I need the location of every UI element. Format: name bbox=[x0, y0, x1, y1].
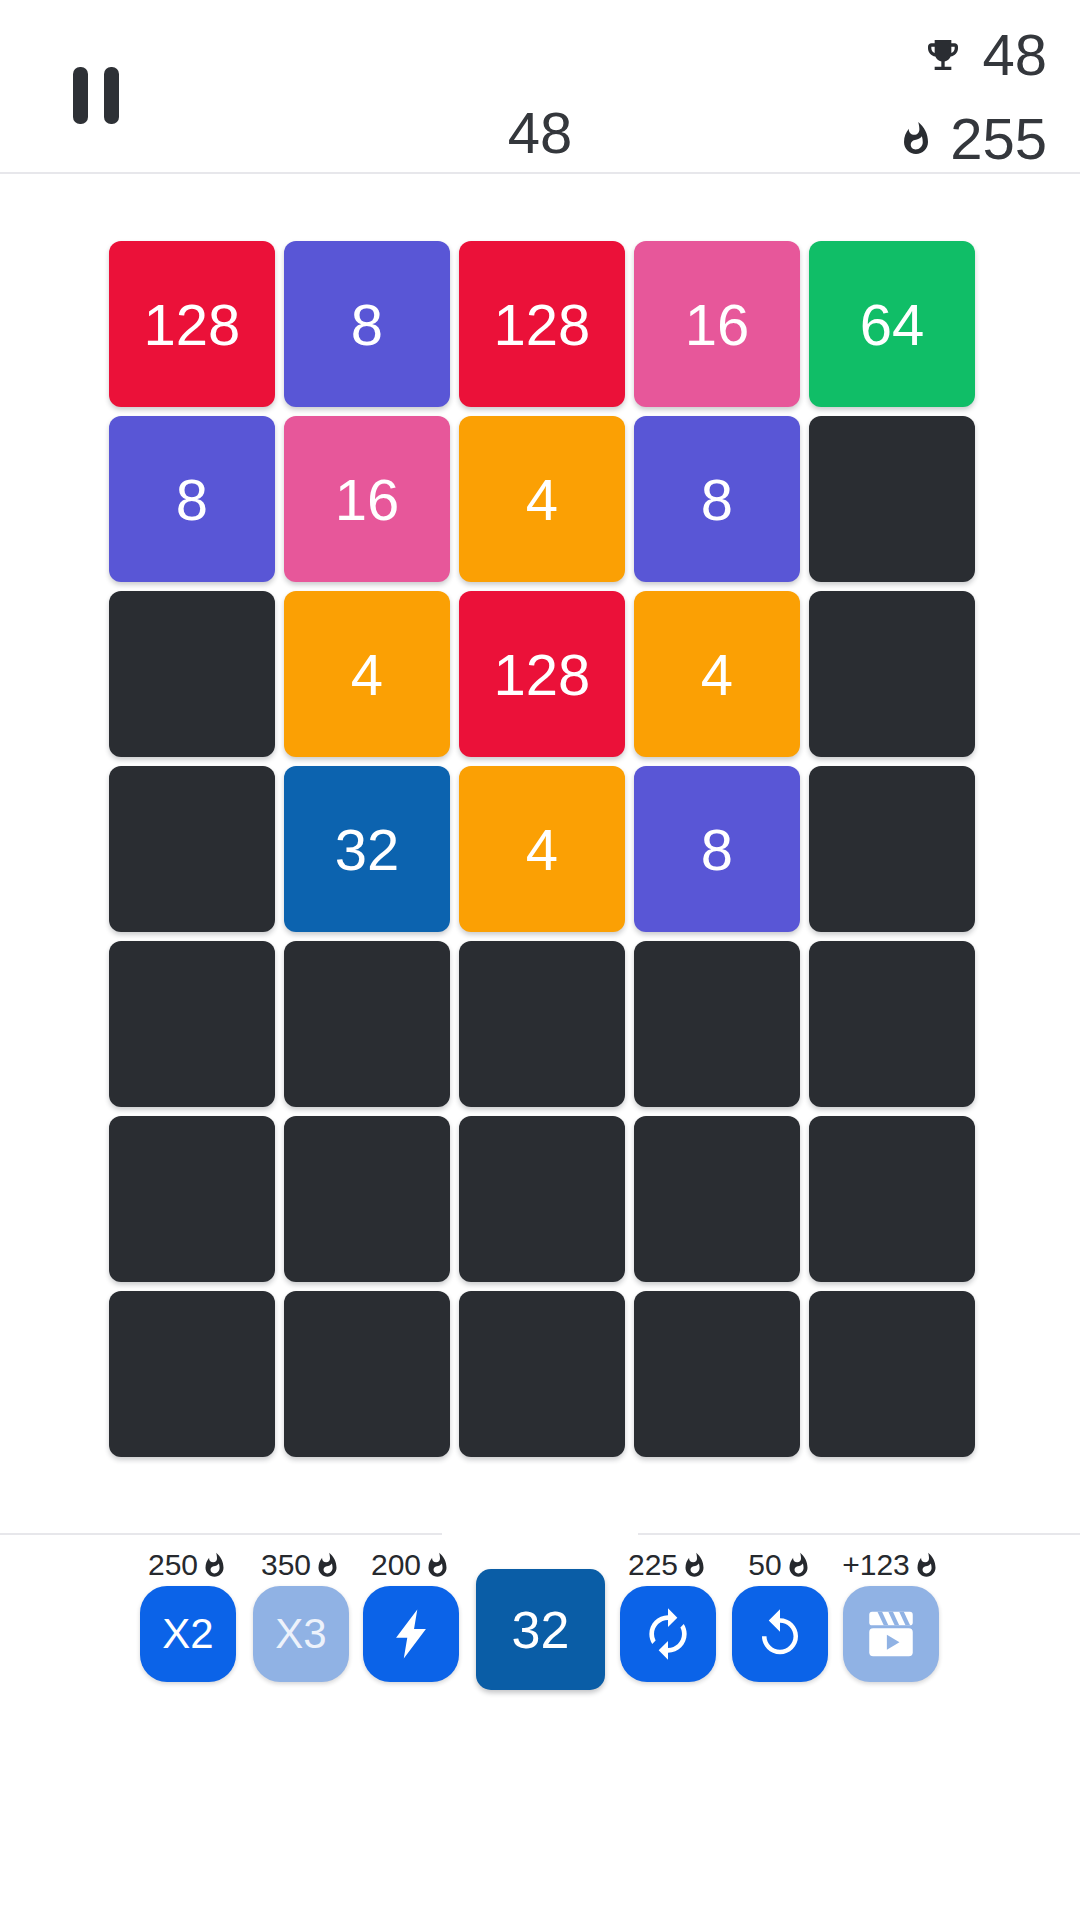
lightning-button[interactable] bbox=[363, 1586, 459, 1682]
booster-ad: +123 bbox=[843, 1548, 939, 1682]
tile-16[interactable]: 16 bbox=[634, 241, 800, 407]
tile-4[interactable]: 4 bbox=[459, 766, 625, 932]
empty-cell[interactable] bbox=[459, 1291, 625, 1457]
empty-cell[interactable] bbox=[809, 416, 975, 582]
movie-icon bbox=[862, 1605, 920, 1663]
flame-count-value: 255 bbox=[950, 110, 1047, 168]
empty-cell[interactable] bbox=[459, 941, 625, 1107]
flame-icon bbox=[314, 1552, 341, 1579]
flame-icon bbox=[898, 121, 934, 157]
undo-icon bbox=[753, 1607, 807, 1661]
empty-cell[interactable] bbox=[634, 1116, 800, 1282]
empty-cell[interactable] bbox=[109, 941, 275, 1107]
tile-8[interactable]: 8 bbox=[634, 416, 800, 582]
trophy-icon bbox=[923, 35, 963, 75]
flame-icon bbox=[201, 1552, 228, 1579]
watch-ad-button[interactable] bbox=[843, 1586, 939, 1682]
tile-64[interactable]: 64 bbox=[809, 241, 975, 407]
empty-cell[interactable] bbox=[459, 1116, 625, 1282]
empty-cell[interactable] bbox=[809, 591, 975, 757]
current-tile[interactable]: 32 bbox=[476, 1569, 605, 1690]
x3-button[interactable]: X3 bbox=[253, 1586, 349, 1682]
empty-cell[interactable] bbox=[109, 766, 275, 932]
header-stats: 48 255 bbox=[898, 26, 1047, 168]
tile-8[interactable]: 8 bbox=[634, 766, 800, 932]
tile-32[interactable]: 32 bbox=[284, 766, 450, 932]
empty-cell[interactable] bbox=[109, 1116, 275, 1282]
booster-undo-cost: 50 bbox=[748, 1548, 811, 1582]
board: 1288128166481648412843248 bbox=[109, 241, 975, 1457]
tile-8[interactable]: 8 bbox=[109, 416, 275, 582]
empty-cell[interactable] bbox=[284, 1116, 450, 1282]
booster-x3: 350 X3 bbox=[253, 1548, 349, 1682]
empty-cell[interactable] bbox=[634, 941, 800, 1107]
flame-icon bbox=[785, 1552, 812, 1579]
tile-128[interactable]: 128 bbox=[109, 241, 275, 407]
x2-button[interactable]: X2 bbox=[140, 1586, 236, 1682]
undo-button[interactable] bbox=[732, 1586, 828, 1682]
empty-cell[interactable] bbox=[809, 766, 975, 932]
tile-8[interactable]: 8 bbox=[284, 241, 450, 407]
booster-lightning-cost: 200 bbox=[371, 1548, 451, 1582]
booster-swap-cost: 225 bbox=[628, 1548, 708, 1582]
tile-4[interactable]: 4 bbox=[459, 416, 625, 582]
header-divider bbox=[0, 172, 1080, 174]
booster-x3-cost: 350 bbox=[261, 1548, 341, 1582]
toolbar-divider bbox=[638, 1533, 1080, 1535]
lightning-icon bbox=[383, 1606, 439, 1662]
booster-x2-cost: 250 bbox=[148, 1548, 228, 1582]
flame-icon bbox=[913, 1552, 940, 1579]
empty-cell[interactable] bbox=[284, 941, 450, 1107]
tile-128[interactable]: 128 bbox=[459, 241, 625, 407]
toolbar-divider bbox=[0, 1533, 442, 1535]
flame-icon bbox=[424, 1552, 451, 1579]
best-score-row: 48 bbox=[923, 26, 1047, 84]
tile-4[interactable]: 4 bbox=[284, 591, 450, 757]
flame-count-row: 255 bbox=[898, 110, 1047, 168]
booster-ad-cost: +123 bbox=[842, 1548, 940, 1582]
best-score-value: 48 bbox=[982, 26, 1047, 84]
empty-cell[interactable] bbox=[809, 1291, 975, 1457]
tile-4[interactable]: 4 bbox=[634, 591, 800, 757]
booster-undo: 50 bbox=[732, 1548, 828, 1682]
booster-x2: 250 X2 bbox=[140, 1548, 236, 1682]
empty-cell[interactable] bbox=[809, 941, 975, 1107]
empty-cell[interactable] bbox=[109, 1291, 275, 1457]
tile-16[interactable]: 16 bbox=[284, 416, 450, 582]
empty-cell[interactable] bbox=[109, 591, 275, 757]
swap-button[interactable] bbox=[620, 1586, 716, 1682]
swap-icon bbox=[640, 1606, 696, 1662]
tile-128[interactable]: 128 bbox=[459, 591, 625, 757]
empty-cell[interactable] bbox=[634, 1291, 800, 1457]
empty-cell[interactable] bbox=[284, 1291, 450, 1457]
booster-swap: 225 bbox=[620, 1548, 716, 1682]
flame-icon bbox=[681, 1552, 708, 1579]
booster-lightning: 200 bbox=[363, 1548, 459, 1682]
empty-cell[interactable] bbox=[809, 1116, 975, 1282]
